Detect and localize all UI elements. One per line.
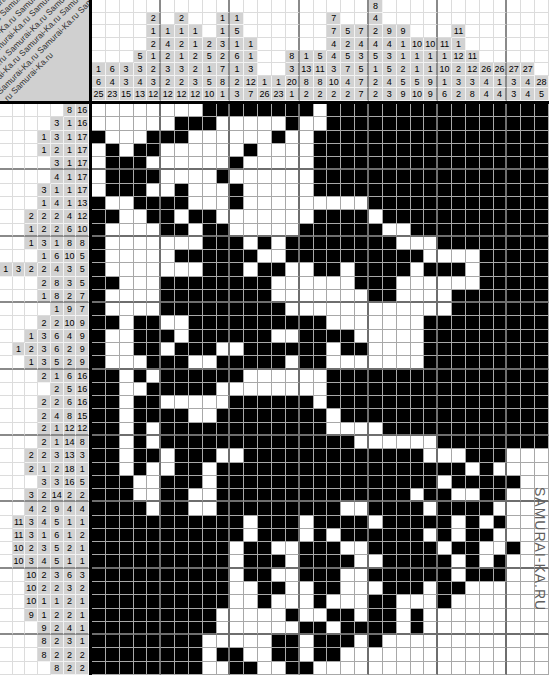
board-cell[interactable]	[147, 277, 161, 290]
board-cell[interactable]	[272, 157, 286, 170]
board-cell[interactable]	[369, 356, 383, 369]
board-cell[interactable]	[147, 343, 161, 356]
board-cell[interactable]	[424, 436, 438, 449]
board-cell[interactable]	[466, 436, 480, 449]
board-cell[interactable]	[272, 330, 286, 343]
board-cell[interactable]	[300, 542, 314, 555]
board-cell[interactable]	[189, 463, 203, 476]
board-cell[interactable]	[314, 224, 328, 237]
board-cell[interactable]	[397, 383, 411, 396]
board-cell[interactable]	[341, 197, 355, 210]
board-cell[interactable]	[161, 210, 175, 223]
board-cell[interactable]	[175, 184, 189, 197]
board-cell[interactable]	[272, 622, 286, 635]
board-cell[interactable]	[203, 330, 217, 343]
board-cell[interactable]	[341, 449, 355, 462]
board-cell[interactable]	[286, 343, 300, 356]
board-cell[interactable]	[452, 449, 466, 462]
board-cell[interactable]	[286, 290, 300, 303]
board-cell[interactable]	[161, 184, 175, 197]
board-cell[interactable]	[272, 104, 286, 117]
board-cell[interactable]	[466, 316, 480, 329]
board-cell[interactable]	[161, 569, 175, 582]
board-cell[interactable]	[175, 370, 189, 383]
board-cell[interactable]	[480, 502, 494, 515]
board-cell[interactable]	[106, 476, 120, 489]
board-cell[interactable]	[424, 157, 438, 170]
board-cell[interactable]	[494, 622, 508, 635]
board-cell[interactable]	[230, 290, 244, 303]
board-cell[interactable]	[314, 542, 328, 555]
board-cell[interactable]	[466, 383, 480, 396]
board-cell[interactable]	[480, 330, 494, 343]
board-cell[interactable]	[411, 662, 425, 675]
board-cell[interactable]	[327, 595, 341, 608]
board-cell[interactable]	[189, 436, 203, 449]
board-cell[interactable]	[341, 303, 355, 316]
board-cell[interactable]	[134, 157, 148, 170]
board-cell[interactable]	[203, 476, 217, 489]
board-cell[interactable]	[230, 542, 244, 555]
board-cell[interactable]	[230, 383, 244, 396]
board-cell[interactable]	[300, 436, 314, 449]
board-cell[interactable]	[438, 502, 452, 515]
board-cell[interactable]	[147, 316, 161, 329]
board-cell[interactable]	[300, 144, 314, 157]
board-cell[interactable]	[438, 582, 452, 595]
board-cell[interactable]	[300, 569, 314, 582]
board-cell[interactable]	[147, 104, 161, 117]
board-cell[interactable]	[314, 622, 328, 635]
board-cell[interactable]	[258, 436, 272, 449]
board-cell[interactable]	[383, 250, 397, 263]
board-cell[interactable]	[369, 131, 383, 144]
board-cell[interactable]	[258, 595, 272, 608]
board-cell[interactable]	[161, 582, 175, 595]
board-cell[interactable]	[203, 117, 217, 130]
board-cell[interactable]	[452, 330, 466, 343]
board-cell[interactable]	[300, 502, 314, 515]
board-cell[interactable]	[507, 144, 521, 157]
board-cell[interactable]	[355, 595, 369, 608]
board-cell[interactable]	[161, 250, 175, 263]
board-cell[interactable]	[175, 635, 189, 648]
board-cell[interactable]	[507, 449, 521, 462]
board-cell[interactable]	[327, 184, 341, 197]
board-cell[interactable]	[203, 316, 217, 329]
board-cell[interactable]	[341, 595, 355, 608]
board-cell[interactable]	[189, 516, 203, 529]
board-cell[interactable]	[244, 210, 258, 223]
board-cell[interactable]	[438, 290, 452, 303]
board-cell[interactable]	[411, 622, 425, 635]
board-cell[interactable]	[397, 595, 411, 608]
board-cell[interactable]	[369, 502, 383, 515]
board-cell[interactable]	[217, 250, 231, 263]
board-cell[interactable]	[120, 648, 134, 661]
board-cell[interactable]	[314, 383, 328, 396]
board-cell[interactable]	[147, 237, 161, 250]
board-cell[interactable]	[369, 197, 383, 210]
board-cell[interactable]	[272, 263, 286, 276]
board-cell[interactable]	[244, 582, 258, 595]
board-cell[interactable]	[383, 396, 397, 409]
board-cell[interactable]	[217, 104, 231, 117]
board-cell[interactable]	[494, 489, 508, 502]
board-cell[interactable]	[189, 197, 203, 210]
board-cell[interactable]	[383, 476, 397, 489]
board-cell[interactable]	[452, 648, 466, 661]
board-cell[interactable]	[217, 330, 231, 343]
board-cell[interactable]	[494, 436, 508, 449]
board-cell[interactable]	[134, 502, 148, 515]
board-cell[interactable]	[397, 131, 411, 144]
board-cell[interactable]	[244, 569, 258, 582]
board-cell[interactable]	[217, 529, 231, 542]
board-cell[interactable]	[258, 197, 272, 210]
board-cell[interactable]	[258, 529, 272, 542]
board-cell[interactable]	[341, 569, 355, 582]
board-cell[interactable]	[258, 423, 272, 436]
board-cell[interactable]	[203, 609, 217, 622]
board-cell[interactable]	[452, 635, 466, 648]
board-cell[interactable]	[327, 224, 341, 237]
board-cell[interactable]	[203, 595, 217, 608]
board-cell[interactable]	[161, 635, 175, 648]
board-cell[interactable]	[507, 343, 521, 356]
board-cell[interactable]	[217, 117, 231, 130]
board-cell[interactable]	[203, 516, 217, 529]
board-cell[interactable]	[535, 316, 549, 329]
board-cell[interactable]	[258, 131, 272, 144]
board-cell[interactable]	[438, 343, 452, 356]
board-cell[interactable]	[341, 662, 355, 675]
board-cell[interactable]	[161, 290, 175, 303]
board-cell[interactable]	[438, 131, 452, 144]
board-cell[interactable]	[438, 489, 452, 502]
board-cell[interactable]	[355, 277, 369, 290]
board-cell[interactable]	[494, 303, 508, 316]
board-cell[interactable]	[147, 436, 161, 449]
board-cell[interactable]	[452, 263, 466, 276]
board-cell[interactable]	[120, 662, 134, 675]
board-cell[interactable]	[466, 555, 480, 568]
board-cell[interactable]	[521, 463, 535, 476]
board-cell[interactable]	[507, 582, 521, 595]
board-cell[interactable]	[230, 343, 244, 356]
board-cell[interactable]	[466, 529, 480, 542]
board-cell[interactable]	[175, 396, 189, 409]
board-cell[interactable]	[424, 516, 438, 529]
board-cell[interactable]	[397, 330, 411, 343]
board-cell[interactable]	[300, 449, 314, 462]
board-cell[interactable]	[161, 409, 175, 422]
board-cell[interactable]	[92, 529, 106, 542]
board-cell[interactable]	[314, 170, 328, 183]
board-cell[interactable]	[397, 144, 411, 157]
board-cell[interactable]	[494, 224, 508, 237]
board-cell[interactable]	[411, 609, 425, 622]
board-cell[interactable]	[452, 290, 466, 303]
board-cell[interactable]	[480, 131, 494, 144]
board-cell[interactable]	[217, 263, 231, 276]
board-cell[interactable]	[175, 436, 189, 449]
board-cell[interactable]	[244, 157, 258, 170]
board-cell[interactable]	[480, 648, 494, 661]
board-cell[interactable]	[411, 290, 425, 303]
board-cell[interactable]	[161, 542, 175, 555]
board-cell[interactable]	[411, 144, 425, 157]
board-cell[interactable]	[452, 157, 466, 170]
board-cell[interactable]	[341, 170, 355, 183]
board-cell[interactable]	[120, 489, 134, 502]
board-cell[interactable]	[286, 316, 300, 329]
board-cell[interactable]	[175, 277, 189, 290]
board-cell[interactable]	[507, 542, 521, 555]
board-cell[interactable]	[424, 104, 438, 117]
board-cell[interactable]	[397, 622, 411, 635]
board-cell[interactable]	[147, 582, 161, 595]
board-cell[interactable]	[369, 463, 383, 476]
board-cell[interactable]	[355, 409, 369, 422]
board-cell[interactable]	[286, 370, 300, 383]
board-cell[interactable]	[507, 595, 521, 608]
board-cell[interactable]	[286, 648, 300, 661]
board-cell[interactable]	[341, 502, 355, 515]
board-cell[interactable]	[92, 595, 106, 608]
board-cell[interactable]	[300, 529, 314, 542]
board-cell[interactable]	[203, 224, 217, 237]
board-cell[interactable]	[286, 476, 300, 489]
board-cell[interactable]	[300, 489, 314, 502]
board-cell[interactable]	[314, 144, 328, 157]
board-cell[interactable]	[438, 104, 452, 117]
board-cell[interactable]	[230, 184, 244, 197]
board-cell[interactable]	[507, 662, 521, 675]
board-cell[interactable]	[217, 170, 231, 183]
board-cell[interactable]	[355, 104, 369, 117]
board-cell[interactable]	[452, 144, 466, 157]
board-cell[interactable]	[120, 463, 134, 476]
board-cell[interactable]	[424, 131, 438, 144]
board-cell[interactable]	[189, 502, 203, 515]
board-cell[interactable]	[286, 330, 300, 343]
board-cell[interactable]	[397, 263, 411, 276]
board-cell[interactable]	[521, 197, 535, 210]
board-cell[interactable]	[147, 635, 161, 648]
board-cell[interactable]	[424, 383, 438, 396]
board-cell[interactable]	[272, 529, 286, 542]
board-cell[interactable]	[494, 476, 508, 489]
board-cell[interactable]	[230, 662, 244, 675]
board-cell[interactable]	[411, 250, 425, 263]
board-cell[interactable]	[369, 476, 383, 489]
board-cell[interactable]	[134, 595, 148, 608]
board-cell[interactable]	[327, 303, 341, 316]
board-cell[interactable]	[327, 316, 341, 329]
board-cell[interactable]	[92, 383, 106, 396]
board-cell[interactable]	[438, 609, 452, 622]
board-cell[interactable]	[383, 277, 397, 290]
board-cell[interactable]	[397, 210, 411, 223]
board-cell[interactable]	[106, 542, 120, 555]
board-cell[interactable]	[120, 622, 134, 635]
board-cell[interactable]	[230, 635, 244, 648]
board-cell[interactable]	[535, 383, 549, 396]
board-cell[interactable]	[175, 290, 189, 303]
board-cell[interactable]	[411, 582, 425, 595]
board-cell[interactable]	[161, 131, 175, 144]
board-cell[interactable]	[300, 463, 314, 476]
board-cell[interactable]	[411, 463, 425, 476]
board-cell[interactable]	[217, 476, 231, 489]
board-cell[interactable]	[272, 224, 286, 237]
board-cell[interactable]	[244, 370, 258, 383]
board-cell[interactable]	[507, 569, 521, 582]
board-cell[interactable]	[452, 396, 466, 409]
board-cell[interactable]	[494, 449, 508, 462]
board-cell[interactable]	[480, 609, 494, 622]
board-cell[interactable]	[189, 290, 203, 303]
board-cell[interactable]	[494, 569, 508, 582]
board-cell[interactable]	[507, 170, 521, 183]
board-cell[interactable]	[161, 502, 175, 515]
board-cell[interactable]	[438, 277, 452, 290]
board-cell[interactable]	[452, 197, 466, 210]
board-cell[interactable]	[300, 662, 314, 675]
board-cell[interactable]	[286, 555, 300, 568]
board-cell[interactable]	[230, 648, 244, 661]
board-cell[interactable]	[466, 303, 480, 316]
board-cell[interactable]	[161, 396, 175, 409]
board-cell[interactable]	[286, 383, 300, 396]
board-cell[interactable]	[217, 343, 231, 356]
board-cell[interactable]	[272, 184, 286, 197]
board-cell[interactable]	[217, 595, 231, 608]
board-cell[interactable]	[120, 290, 134, 303]
board-cell[interactable]	[217, 224, 231, 237]
board-cell[interactable]	[327, 436, 341, 449]
board-cell[interactable]	[272, 609, 286, 622]
board-cell[interactable]	[424, 303, 438, 316]
board-cell[interactable]	[244, 542, 258, 555]
board-cell[interactable]	[258, 250, 272, 263]
board-cell[interactable]	[397, 489, 411, 502]
board-cell[interactable]	[175, 502, 189, 515]
board-cell[interactable]	[120, 423, 134, 436]
board-cell[interactable]	[452, 117, 466, 130]
board-cell[interactable]	[134, 609, 148, 622]
board-cell[interactable]	[369, 210, 383, 223]
board-cell[interactable]	[147, 210, 161, 223]
board-cell[interactable]	[217, 542, 231, 555]
board-cell[interactable]	[203, 104, 217, 117]
board-cell[interactable]	[480, 569, 494, 582]
board-cell[interactable]	[369, 117, 383, 130]
board-cell[interactable]	[175, 343, 189, 356]
board-cell[interactable]	[341, 343, 355, 356]
board-cell[interactable]	[175, 117, 189, 130]
board-cell[interactable]	[147, 356, 161, 369]
board-cell[interactable]	[230, 595, 244, 608]
board-cell[interactable]	[369, 303, 383, 316]
board-cell[interactable]	[230, 622, 244, 635]
board-cell[interactable]	[507, 370, 521, 383]
board-cell[interactable]	[452, 529, 466, 542]
board-cell[interactable]	[217, 582, 231, 595]
board-cell[interactable]	[535, 104, 549, 117]
board-cell[interactable]	[466, 502, 480, 515]
board-cell[interactable]	[494, 555, 508, 568]
board-cell[interactable]	[383, 237, 397, 250]
board-cell[interactable]	[120, 303, 134, 316]
board-cell[interactable]	[106, 396, 120, 409]
board-cell[interactable]	[424, 237, 438, 250]
board-cell[interactable]	[314, 662, 328, 675]
board-cell[interactable]	[314, 316, 328, 329]
board-cell[interactable]	[217, 635, 231, 648]
board-cell[interactable]	[189, 237, 203, 250]
board-cell[interactable]	[314, 263, 328, 276]
board-cell[interactable]	[494, 117, 508, 130]
board-cell[interactable]	[230, 502, 244, 515]
board-cell[interactable]	[120, 476, 134, 489]
board-cell[interactable]	[521, 184, 535, 197]
board-cell[interactable]	[494, 396, 508, 409]
board-cell[interactable]	[147, 157, 161, 170]
board-cell[interactable]	[92, 489, 106, 502]
board-cell[interactable]	[507, 409, 521, 422]
board-cell[interactable]	[134, 370, 148, 383]
board-cell[interactable]	[521, 104, 535, 117]
board-cell[interactable]	[244, 423, 258, 436]
board-cell[interactable]	[314, 184, 328, 197]
board-cell[interactable]	[161, 104, 175, 117]
board-cell[interactable]	[147, 396, 161, 409]
board-cell[interactable]	[535, 436, 549, 449]
board-cell[interactable]	[521, 117, 535, 130]
board-cell[interactable]	[272, 635, 286, 648]
board-cell[interactable]	[217, 144, 231, 157]
board-cell[interactable]	[106, 449, 120, 462]
board-cell[interactable]	[314, 423, 328, 436]
board-cell[interactable]	[92, 343, 106, 356]
board-cell[interactable]	[397, 555, 411, 568]
board-cell[interactable]	[411, 648, 425, 661]
board-cell[interactable]	[521, 303, 535, 316]
board-cell[interactable]	[134, 356, 148, 369]
board-cell[interactable]	[286, 662, 300, 675]
board-cell[interactable]	[369, 396, 383, 409]
board-cell[interactable]	[438, 635, 452, 648]
board-cell[interactable]	[452, 184, 466, 197]
board-cell[interactable]	[258, 170, 272, 183]
board-cell[interactable]	[383, 370, 397, 383]
board-cell[interactable]	[134, 343, 148, 356]
board-cell[interactable]	[147, 609, 161, 622]
board-cell[interactable]	[161, 157, 175, 170]
board-cell[interactable]	[466, 210, 480, 223]
board-cell[interactable]	[286, 144, 300, 157]
board-cell[interactable]	[466, 449, 480, 462]
board-cell[interactable]	[424, 609, 438, 622]
board-cell[interactable]	[341, 157, 355, 170]
board-cell[interactable]	[189, 595, 203, 608]
board-cell[interactable]	[175, 210, 189, 223]
board-cell[interactable]	[355, 144, 369, 157]
board-cell[interactable]	[134, 117, 148, 130]
board-cell[interactable]	[535, 303, 549, 316]
